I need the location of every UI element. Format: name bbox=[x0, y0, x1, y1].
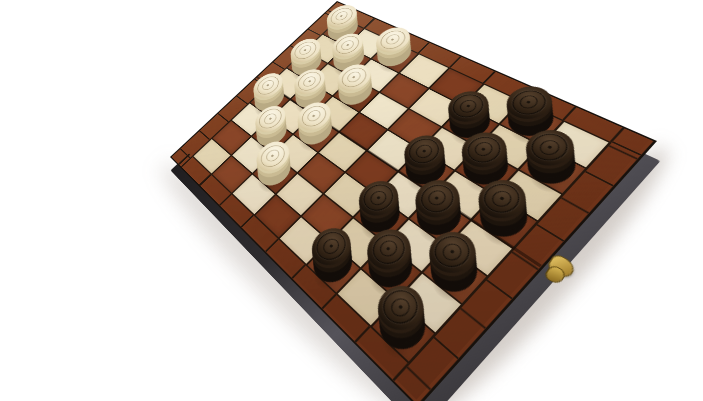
product-photo-scene bbox=[0, 0, 703, 401]
checkers-board bbox=[170, 1, 657, 401]
board-grid bbox=[192, 17, 612, 365]
